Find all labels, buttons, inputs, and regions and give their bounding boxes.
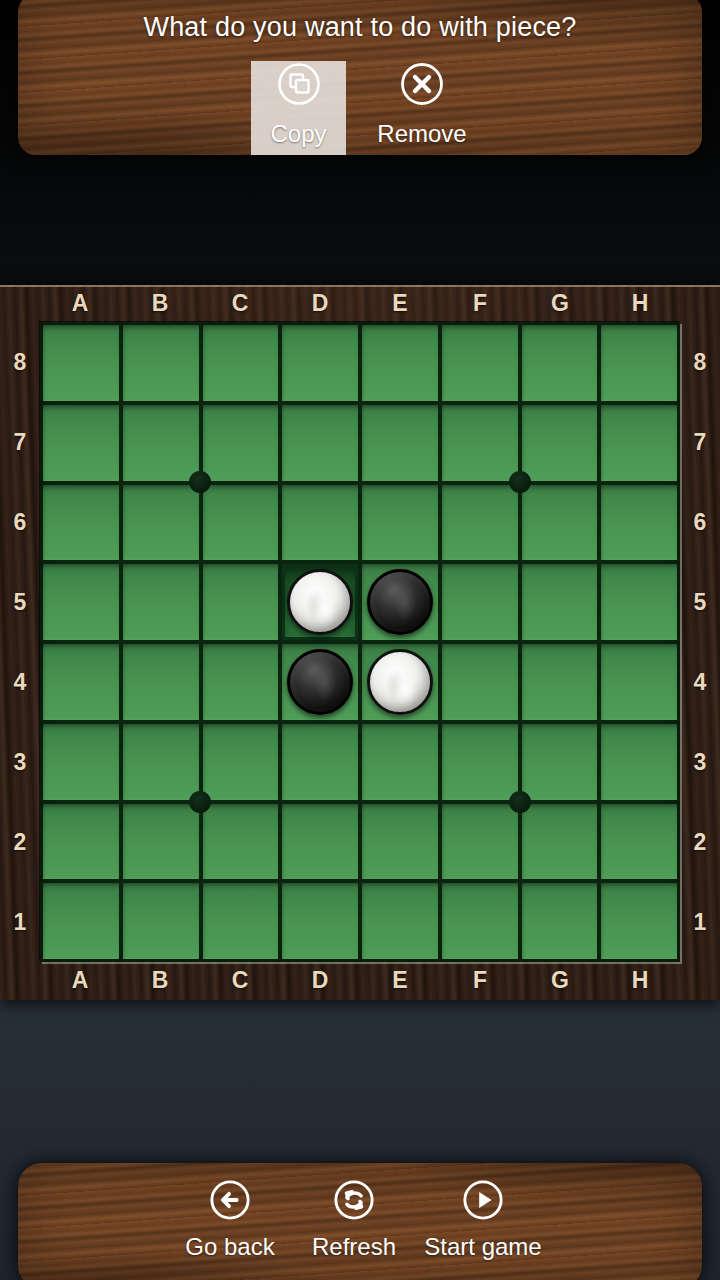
- copy-icon: [277, 62, 321, 106]
- square-d1[interactable]: [282, 883, 358, 959]
- square-a7[interactable]: [43, 405, 119, 481]
- bottom-toolbar: Go back Refresh Start game: [18, 1163, 702, 1280]
- row-label-7: 7: [680, 402, 720, 482]
- row-label-1: 1: [0, 882, 40, 962]
- square-d5[interactable]: [282, 564, 358, 640]
- square-e8[interactable]: [362, 325, 438, 401]
- square-d6[interactable]: [282, 485, 358, 561]
- square-h4[interactable]: [601, 644, 677, 720]
- col-label-E: E: [360, 960, 440, 1000]
- column-labels-bottom: ABCDEFGH: [40, 960, 680, 1000]
- square-h5[interactable]: [601, 564, 677, 640]
- square-d2[interactable]: [282, 804, 358, 880]
- square-g8[interactable]: [522, 325, 598, 401]
- go-back-label: Go back: [185, 1233, 274, 1261]
- square-e1[interactable]: [362, 883, 438, 959]
- square-b4[interactable]: [123, 644, 199, 720]
- remove-button[interactable]: Remove: [370, 61, 474, 155]
- square-d4[interactable]: [282, 644, 358, 720]
- start-game-label: Start game: [424, 1233, 541, 1261]
- square-e2[interactable]: [362, 804, 438, 880]
- square-g4[interactable]: [522, 644, 598, 720]
- square-a5[interactable]: [43, 564, 119, 640]
- back-icon: [209, 1179, 251, 1221]
- square-f3[interactable]: [442, 724, 518, 800]
- row-label-6: 6: [0, 482, 40, 562]
- row-label-1: 1: [680, 882, 720, 962]
- col-label-C: C: [200, 960, 280, 1000]
- board-grid: [40, 322, 680, 962]
- square-a8[interactable]: [43, 325, 119, 401]
- remove-button-label: Remove: [377, 120, 466, 148]
- square-a1[interactable]: [43, 883, 119, 959]
- square-e3[interactable]: [362, 724, 438, 800]
- square-f1[interactable]: [442, 883, 518, 959]
- col-label-D: D: [280, 287, 360, 320]
- square-b5[interactable]: [123, 564, 199, 640]
- refresh-icon: [333, 1179, 375, 1221]
- col-label-B: B: [120, 960, 200, 1000]
- start-game-button[interactable]: Start game: [413, 1179, 553, 1261]
- square-g1[interactable]: [522, 883, 598, 959]
- row-label-5: 5: [0, 562, 40, 642]
- row-label-2: 2: [0, 802, 40, 882]
- col-label-G: G: [520, 287, 600, 320]
- refresh-button[interactable]: Refresh: [284, 1179, 424, 1261]
- column-labels-top: ABCDEFGH: [40, 287, 680, 320]
- square-h1[interactable]: [601, 883, 677, 959]
- square-g7[interactable]: [522, 405, 598, 481]
- square-g6[interactable]: [522, 485, 598, 561]
- black-disc-e5[interactable]: [367, 569, 433, 635]
- square-c4[interactable]: [203, 644, 279, 720]
- square-c6[interactable]: [203, 485, 279, 561]
- square-f6[interactable]: [442, 485, 518, 561]
- row-labels-left: 87654321: [0, 322, 40, 962]
- square-a2[interactable]: [43, 804, 119, 880]
- square-b8[interactable]: [123, 325, 199, 401]
- go-back-button[interactable]: Go back: [160, 1179, 300, 1261]
- piece-action-dialog: What do you want to do with piece? Copy …: [18, 0, 702, 155]
- col-label-F: F: [440, 960, 520, 1000]
- black-disc-d4[interactable]: [287, 649, 353, 715]
- row-label-4: 4: [0, 642, 40, 722]
- square-h6[interactable]: [601, 485, 677, 561]
- square-e7[interactable]: [362, 405, 438, 481]
- square-b6[interactable]: [123, 485, 199, 561]
- col-label-A: A: [40, 960, 120, 1000]
- square-g5[interactable]: [522, 564, 598, 640]
- row-label-3: 3: [0, 722, 40, 802]
- square-a3[interactable]: [43, 724, 119, 800]
- col-label-C: C: [200, 287, 280, 320]
- square-c7[interactable]: [203, 405, 279, 481]
- square-c8[interactable]: [203, 325, 279, 401]
- square-b2[interactable]: [123, 804, 199, 880]
- square-c1[interactable]: [203, 883, 279, 959]
- col-label-B: B: [120, 287, 200, 320]
- square-f2[interactable]: [442, 804, 518, 880]
- row-label-8: 8: [0, 322, 40, 402]
- col-label-H: H: [600, 287, 680, 320]
- col-label-A: A: [40, 287, 120, 320]
- white-disc-d5[interactable]: [287, 569, 353, 635]
- row-label-4: 4: [680, 642, 720, 722]
- square-c3[interactable]: [203, 724, 279, 800]
- square-h8[interactable]: [601, 325, 677, 401]
- col-label-D: D: [280, 960, 360, 1000]
- square-a6[interactable]: [43, 485, 119, 561]
- white-disc-e4[interactable]: [367, 649, 433, 715]
- square-b7[interactable]: [123, 405, 199, 481]
- row-label-6: 6: [680, 482, 720, 562]
- row-label-2: 2: [680, 802, 720, 882]
- square-d8[interactable]: [282, 325, 358, 401]
- play-icon: [462, 1179, 504, 1221]
- square-a4[interactable]: [43, 644, 119, 720]
- dialog-title: What do you want to do with piece?: [18, 12, 702, 43]
- square-g2[interactable]: [522, 804, 598, 880]
- square-f4[interactable]: [442, 644, 518, 720]
- row-label-3: 3: [680, 722, 720, 802]
- square-e5[interactable]: [362, 564, 438, 640]
- square-c2[interactable]: [203, 804, 279, 880]
- col-label-E: E: [360, 287, 440, 320]
- square-b3[interactable]: [123, 724, 199, 800]
- remove-icon: [400, 62, 444, 106]
- othello-board: ABCDEFGH ABCDEFGH 87654321 87654321: [0, 285, 720, 1000]
- square-e4[interactable]: [362, 644, 438, 720]
- col-label-F: F: [440, 287, 520, 320]
- copy-button-label: Copy: [270, 120, 326, 148]
- square-f7[interactable]: [442, 405, 518, 481]
- refresh-label: Refresh: [312, 1233, 396, 1261]
- square-f5[interactable]: [442, 564, 518, 640]
- square-h3[interactable]: [601, 724, 677, 800]
- row-label-8: 8: [680, 322, 720, 402]
- col-label-H: H: [600, 960, 680, 1000]
- square-h7[interactable]: [601, 405, 677, 481]
- row-labels-right: 87654321: [680, 322, 720, 962]
- square-h2[interactable]: [601, 804, 677, 880]
- square-e6[interactable]: [362, 485, 438, 561]
- square-c5[interactable]: [203, 564, 279, 640]
- square-g3[interactable]: [522, 724, 598, 800]
- square-b1[interactable]: [123, 883, 199, 959]
- square-f8[interactable]: [442, 325, 518, 401]
- col-label-G: G: [520, 960, 600, 1000]
- square-d7[interactable]: [282, 405, 358, 481]
- copy-button[interactable]: Copy: [251, 61, 346, 155]
- row-label-7: 7: [0, 402, 40, 482]
- square-d3[interactable]: [282, 724, 358, 800]
- row-label-5: 5: [680, 562, 720, 642]
